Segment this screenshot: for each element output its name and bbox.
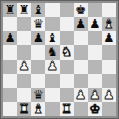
- piece-white-pawn: ♟: [89, 89, 100, 102]
- square-c2[interactable]: ♛: [31, 88, 45, 102]
- square-c7[interactable]: ♛: [31, 17, 45, 31]
- square-d3[interactable]: [45, 74, 59, 88]
- square-g3[interactable]: [88, 74, 102, 88]
- square-a1[interactable]: [3, 102, 17, 116]
- square-h4[interactable]: [102, 60, 116, 74]
- piece-black-knight: ♞: [47, 46, 58, 59]
- square-f7[interactable]: ♟: [74, 17, 88, 31]
- square-d1[interactable]: [45, 102, 59, 116]
- piece-black-rook: ♜: [19, 4, 30, 17]
- piece-black-king: ♚: [75, 4, 86, 17]
- square-f5[interactable]: [74, 45, 88, 59]
- square-b2[interactable]: [17, 88, 31, 102]
- square-b7[interactable]: [17, 17, 31, 31]
- piece-black-queen: ♛: [33, 18, 44, 31]
- square-d4[interactable]: ♟: [45, 60, 59, 74]
- square-a2[interactable]: [3, 88, 17, 102]
- square-f1[interactable]: [74, 102, 88, 116]
- square-d2[interactable]: [45, 88, 59, 102]
- square-c8[interactable]: ♝: [31, 3, 45, 17]
- square-c4[interactable]: [31, 60, 45, 74]
- square-a7[interactable]: [3, 17, 17, 31]
- piece-white-rook: ♜: [19, 103, 30, 116]
- square-g5[interactable]: [88, 45, 102, 59]
- square-b3[interactable]: [17, 74, 31, 88]
- piece-black-pawn: ♟: [4, 32, 15, 45]
- square-c1[interactable]: ♝: [31, 102, 45, 116]
- square-h3[interactable]: [102, 74, 116, 88]
- square-a6[interactable]: ♟: [3, 31, 17, 45]
- square-a4[interactable]: [3, 60, 17, 74]
- square-e7[interactable]: [60, 17, 74, 31]
- chess-board: ♜♜♝♚♛♟♟♝♟♟♝♟♞♞♟♟♛♟♟♟♜♝♜♚: [3, 3, 116, 116]
- square-h7[interactable]: ♝: [102, 17, 116, 31]
- square-a3[interactable]: [3, 74, 17, 88]
- square-g7[interactable]: ♟: [88, 17, 102, 31]
- piece-white-knight: ♞: [61, 46, 72, 59]
- square-e4[interactable]: [60, 60, 74, 74]
- square-c5[interactable]: [31, 45, 45, 59]
- square-b1[interactable]: ♜: [17, 102, 31, 116]
- square-f4[interactable]: [74, 60, 88, 74]
- square-g2[interactable]: ♟: [88, 88, 102, 102]
- piece-black-pawn: ♟: [33, 32, 44, 45]
- piece-white-rook: ♜: [61, 103, 72, 116]
- piece-black-pawn: ♟: [89, 18, 100, 31]
- piece-white-pawn: ♟: [75, 89, 86, 102]
- square-d5[interactable]: ♞: [45, 45, 59, 59]
- square-g1[interactable]: ♚: [88, 102, 102, 116]
- piece-white-bishop: ♝: [103, 18, 114, 31]
- square-a8[interactable]: ♜: [3, 3, 17, 17]
- square-h5[interactable]: [102, 45, 116, 59]
- square-f8[interactable]: ♚: [74, 3, 88, 17]
- square-h2[interactable]: ♟: [102, 88, 116, 102]
- square-e1[interactable]: ♜: [60, 102, 74, 116]
- piece-black-bishop: ♝: [47, 32, 58, 45]
- square-d7[interactable]: [45, 17, 59, 31]
- square-c6[interactable]: ♟: [31, 31, 45, 45]
- square-b5[interactable]: [17, 45, 31, 59]
- piece-white-pawn: ♟: [47, 60, 58, 73]
- square-d8[interactable]: [45, 3, 59, 17]
- piece-black-rook: ♜: [4, 4, 15, 17]
- square-g6[interactable]: [88, 31, 102, 45]
- square-c3[interactable]: [31, 74, 45, 88]
- square-h8[interactable]: [102, 3, 116, 17]
- piece-white-king: ♚: [89, 103, 100, 116]
- piece-black-queen: ♛: [33, 89, 44, 102]
- square-e5[interactable]: ♞: [60, 45, 74, 59]
- piece-black-bishop: ♝: [33, 4, 44, 17]
- square-e6[interactable]: [60, 31, 74, 45]
- piece-black-pawn: ♟: [103, 32, 114, 45]
- square-e3[interactable]: [60, 74, 74, 88]
- square-b8[interactable]: ♜: [17, 3, 31, 17]
- square-b4[interactable]: ♟: [17, 60, 31, 74]
- square-f2[interactable]: ♟: [74, 88, 88, 102]
- square-d6[interactable]: ♝: [45, 31, 59, 45]
- square-b6[interactable]: [17, 31, 31, 45]
- square-f3[interactable]: [74, 74, 88, 88]
- piece-black-pawn: ♟: [75, 18, 86, 31]
- square-a5[interactable]: [3, 45, 17, 59]
- square-h1[interactable]: [102, 102, 116, 116]
- square-h6[interactable]: ♟: [102, 31, 116, 45]
- piece-white-bishop: ♝: [33, 103, 44, 116]
- piece-white-pawn: ♟: [103, 89, 114, 102]
- piece-white-pawn: ♟: [19, 60, 30, 73]
- square-g4[interactable]: [88, 60, 102, 74]
- square-e2[interactable]: [60, 88, 74, 102]
- square-e8[interactable]: [60, 3, 74, 17]
- chess-board-frame: ♜♜♝♚♛♟♟♝♟♟♝♟♞♞♟♟♛♟♟♟♜♝♜♚: [0, 0, 119, 119]
- square-g8[interactable]: [88, 3, 102, 17]
- square-f6[interactable]: [74, 31, 88, 45]
